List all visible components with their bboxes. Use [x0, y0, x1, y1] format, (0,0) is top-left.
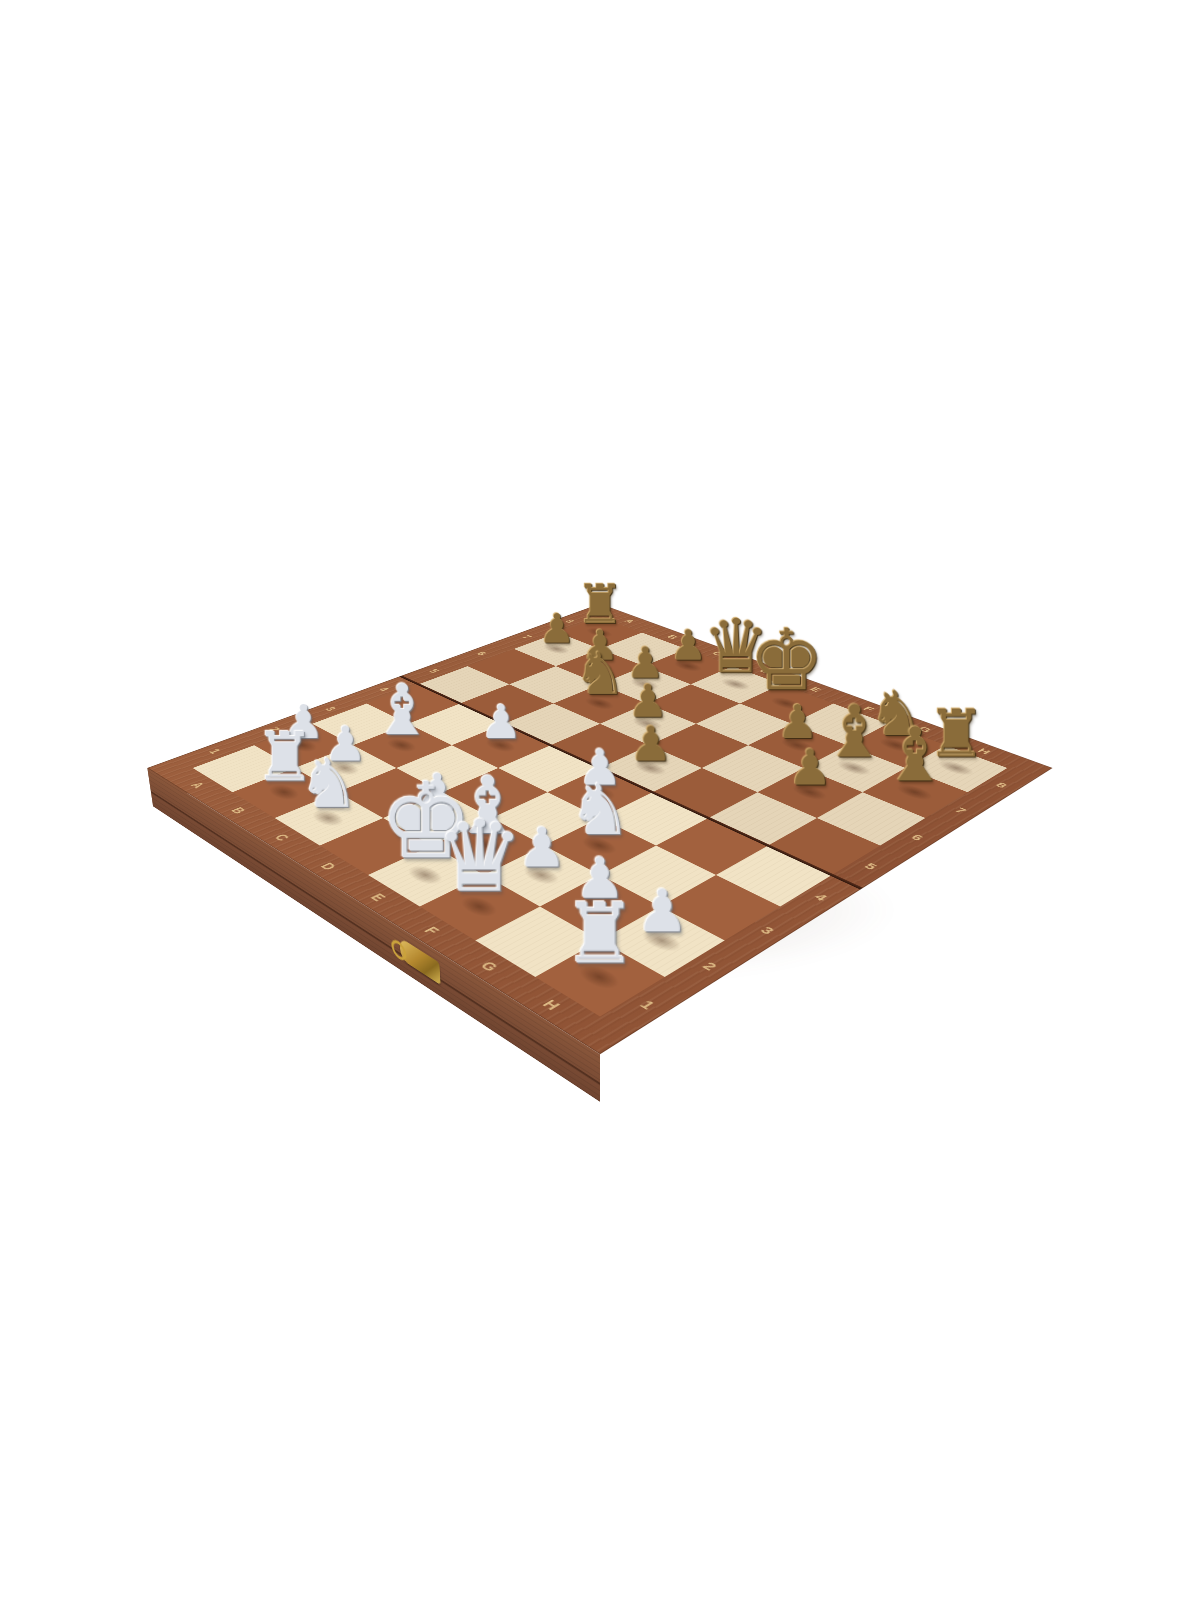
silver-pawn-f2: ♟: [517, 820, 566, 875]
silver-knight-f3: ♞: [568, 775, 631, 845]
brass-bishop-h7: ♝: [882, 717, 949, 791]
silver-knight-c1: ♞: [298, 749, 359, 817]
brass-pawn-g6: ♟: [788, 742, 832, 792]
silver-pawn-h2: ♟: [636, 881, 689, 940]
rank-label-far-6: 6: [880, 818, 954, 858]
rank-label-far-3: 3: [725, 907, 811, 957]
product-photo-page: AA88BB77CC66DD55EE44FF33GG22HH11 ♜♟♛♚♞♜♟…: [0, 0, 1200, 1600]
square-h4: [716, 846, 832, 907]
square-g5: [708, 792, 816, 845]
square-h5: [768, 818, 880, 875]
perspective-scene: AA88BB77CC66DD55EE44FF33GG22HH11 ♜♟♛♚♞♜♟…: [0, 0, 1200, 1600]
silver-rook-h1: ♜: [562, 893, 637, 977]
brass-pawn-e5: ♟: [629, 720, 672, 768]
silver-queen-f1: ♛: [435, 807, 524, 906]
square-g4: [656, 818, 768, 875]
chess-box: AA88BB77CC66DD55EE44FF33GG22HH11 ♜♟♛♚♞♜♟…: [147, 604, 1052, 1055]
rank-label-far-5: 5: [832, 846, 910, 889]
rank-label-far-4: 4: [780, 875, 862, 921]
